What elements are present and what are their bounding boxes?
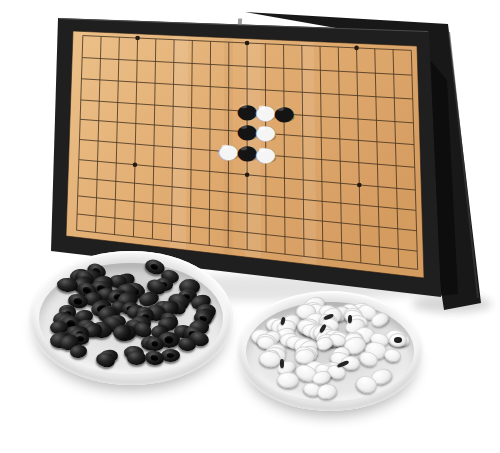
star-point [133, 162, 138, 167]
star-point [245, 173, 250, 178]
tray-stone-black [70, 344, 89, 359]
star-point [245, 41, 250, 46]
black-stones-tray [29, 251, 233, 385]
white-stones-tray [237, 291, 423, 411]
tray-stone-white [316, 382, 339, 400]
star-point [357, 183, 362, 188]
tray-stone-black [127, 351, 146, 365]
stone-dimple [164, 336, 175, 344]
stone-dimple [73, 297, 83, 305]
edge-on-stone [280, 359, 284, 368]
flipped-stone-magnet-core [389, 333, 407, 347]
tray-stone-white [383, 348, 403, 365]
stone-dimple [150, 340, 159, 347]
stone-dimple [149, 263, 160, 272]
star-point [135, 36, 140, 41]
star-point [354, 46, 359, 51]
go-set-product-photo: ●●●●●●●● [0, 0, 500, 453]
black-stones-pile [29, 251, 233, 385]
board-stone-white: ● [255, 121, 277, 144]
stone-dimple [150, 354, 160, 362]
magnet-core [394, 337, 403, 343]
board-stone-white: ● [255, 142, 277, 165]
tray-stone-white [277, 371, 299, 388]
stone-dimple [165, 353, 174, 359]
white-stones-pile [237, 291, 423, 411]
